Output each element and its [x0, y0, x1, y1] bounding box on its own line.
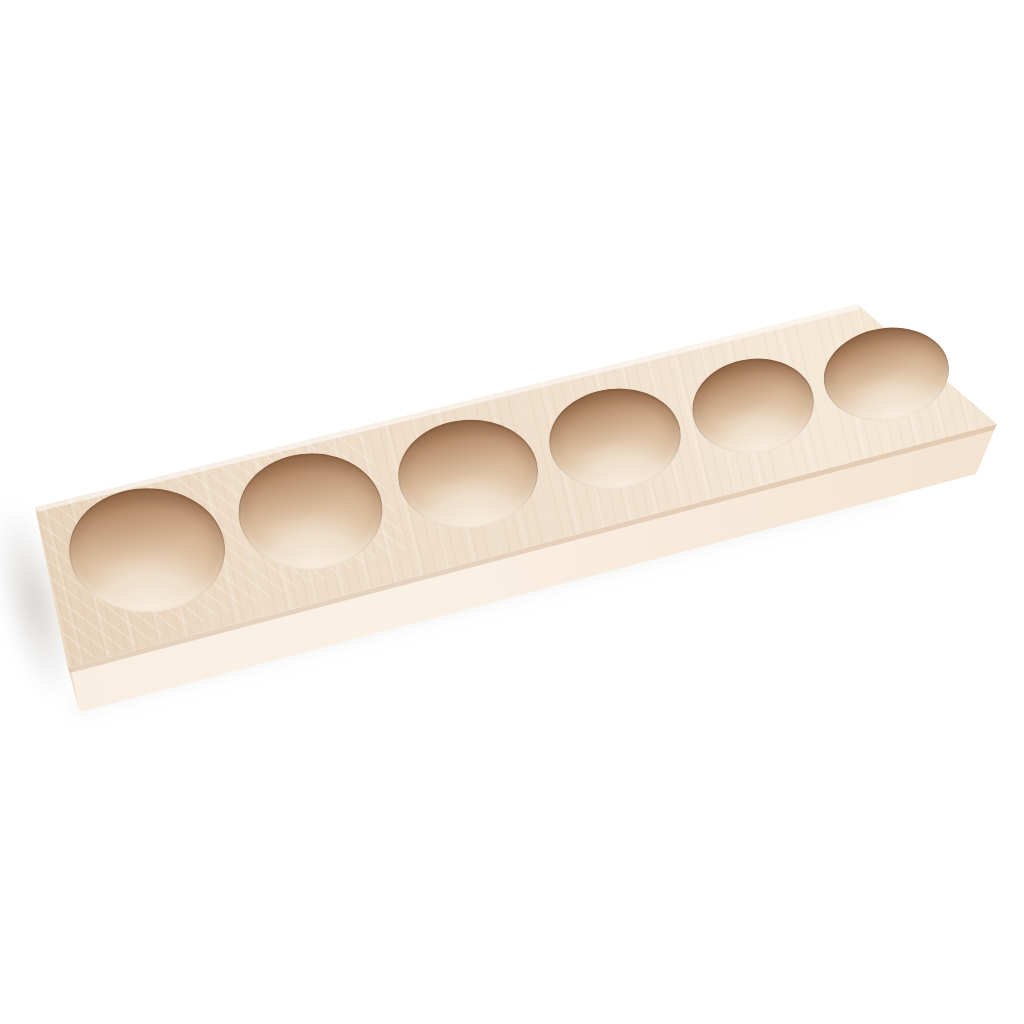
pit-5[interactable] — [686, 350, 820, 461]
pit-1[interactable] — [69, 488, 226, 613]
mancala-board-photo — [0, 0, 1024, 1024]
pit-4[interactable] — [544, 382, 686, 496]
pit-2[interactable] — [236, 450, 385, 572]
pit-3[interactable] — [394, 415, 542, 533]
pit-6[interactable] — [816, 319, 955, 430]
